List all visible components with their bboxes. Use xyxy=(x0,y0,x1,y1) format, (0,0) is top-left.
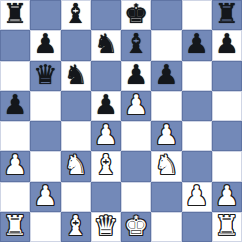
square-c6[interactable]: ♞ xyxy=(61,61,91,91)
square-e7[interactable]: ♝ xyxy=(121,30,151,60)
piece-white-pawn: ♟ xyxy=(154,120,178,150)
square-h2[interactable]: ♟ xyxy=(212,182,242,212)
piece-white-bishop: ♝ xyxy=(64,211,88,241)
piece-white-pawn: ♟ xyxy=(94,120,118,150)
square-f3[interactable]: ♞ xyxy=(151,151,181,181)
square-b7[interactable]: ♟ xyxy=(30,30,60,60)
square-g6[interactable] xyxy=(182,61,212,91)
square-e5[interactable]: ♟ xyxy=(121,91,151,121)
piece-black-king: ♚ xyxy=(124,0,148,29)
piece-black-rook: ♜ xyxy=(3,0,27,29)
piece-white-pawn: ♟ xyxy=(124,90,148,120)
piece-black-pawn: ♟ xyxy=(3,90,27,120)
square-h7[interactable]: ♟ xyxy=(212,30,242,60)
square-e2[interactable] xyxy=(121,182,151,212)
square-f7[interactable] xyxy=(151,30,181,60)
square-f1[interactable] xyxy=(151,212,181,242)
piece-black-rook: ♜ xyxy=(215,0,239,29)
piece-black-pawn: ♟ xyxy=(94,90,118,120)
square-d4[interactable]: ♟ xyxy=(91,121,121,151)
square-a6[interactable] xyxy=(0,61,30,91)
square-a7[interactable] xyxy=(0,30,30,60)
square-g2[interactable]: ♟ xyxy=(182,182,212,212)
square-d2[interactable] xyxy=(91,182,121,212)
square-b1[interactable] xyxy=(30,212,60,242)
square-c4[interactable] xyxy=(61,121,91,151)
square-d7[interactable]: ♞ xyxy=(91,30,121,60)
piece-black-pawn: ♟ xyxy=(33,29,57,59)
square-h6[interactable] xyxy=(212,61,242,91)
chess-board: ♜♝♚♜♟♞♝♟♟♛♞♟♟♟♟♟♟♟♟♞♝♞♟♟♟♜♝♛♚♜ xyxy=(0,0,242,242)
piece-black-pawn: ♟ xyxy=(215,29,239,59)
piece-black-bishop: ♝ xyxy=(64,0,88,29)
piece-black-knight: ♞ xyxy=(94,29,118,59)
piece-black-pawn: ♟ xyxy=(124,60,148,90)
square-a5[interactable]: ♟ xyxy=(0,91,30,121)
piece-white-rook: ♜ xyxy=(215,211,239,241)
piece-white-bishop: ♝ xyxy=(94,150,118,180)
piece-black-pawn: ♟ xyxy=(154,60,178,90)
square-c8[interactable]: ♝ xyxy=(61,0,91,30)
square-b6[interactable]: ♛ xyxy=(30,61,60,91)
square-b8[interactable] xyxy=(30,0,60,30)
square-a4[interactable] xyxy=(0,121,30,151)
piece-black-pawn: ♟ xyxy=(185,29,209,59)
square-g5[interactable] xyxy=(182,91,212,121)
square-f2[interactable] xyxy=(151,182,181,212)
square-g7[interactable]: ♟ xyxy=(182,30,212,60)
square-d8[interactable] xyxy=(91,0,121,30)
square-c5[interactable] xyxy=(61,91,91,121)
square-f8[interactable] xyxy=(151,0,181,30)
piece-white-queen: ♛ xyxy=(94,211,118,241)
square-c2[interactable] xyxy=(61,182,91,212)
square-d6[interactable] xyxy=(91,61,121,91)
piece-black-queen: ♛ xyxy=(33,60,57,90)
piece-white-king: ♚ xyxy=(124,211,148,241)
square-h8[interactable]: ♜ xyxy=(212,0,242,30)
square-e8[interactable]: ♚ xyxy=(121,0,151,30)
square-e1[interactable]: ♚ xyxy=(121,212,151,242)
square-a2[interactable] xyxy=(0,182,30,212)
square-h5[interactable] xyxy=(212,91,242,121)
square-g3[interactable] xyxy=(182,151,212,181)
piece-white-pawn: ♟ xyxy=(185,181,209,211)
square-d1[interactable]: ♛ xyxy=(91,212,121,242)
square-d5[interactable]: ♟ xyxy=(91,91,121,121)
square-a8[interactable]: ♜ xyxy=(0,0,30,30)
square-e3[interactable] xyxy=(121,151,151,181)
square-e4[interactable] xyxy=(121,121,151,151)
square-f6[interactable]: ♟ xyxy=(151,61,181,91)
square-b3[interactable] xyxy=(30,151,60,181)
square-c7[interactable] xyxy=(61,30,91,60)
square-h1[interactable]: ♜ xyxy=(212,212,242,242)
piece-white-rook: ♜ xyxy=(3,211,27,241)
square-b4[interactable] xyxy=(30,121,60,151)
square-g1[interactable] xyxy=(182,212,212,242)
square-h3[interactable] xyxy=(212,151,242,181)
square-c1[interactable]: ♝ xyxy=(61,212,91,242)
piece-white-pawn: ♟ xyxy=(215,181,239,211)
square-f4[interactable]: ♟ xyxy=(151,121,181,151)
square-c3[interactable]: ♞ xyxy=(61,151,91,181)
square-f5[interactable] xyxy=(151,91,181,121)
square-b2[interactable]: ♟ xyxy=(30,182,60,212)
square-g4[interactable] xyxy=(182,121,212,151)
square-g8[interactable] xyxy=(182,0,212,30)
piece-black-bishop: ♝ xyxy=(124,29,148,59)
square-d3[interactable]: ♝ xyxy=(91,151,121,181)
square-a3[interactable]: ♟ xyxy=(0,151,30,181)
square-b5[interactable] xyxy=(30,91,60,121)
square-h4[interactable] xyxy=(212,121,242,151)
piece-black-knight: ♞ xyxy=(64,60,88,90)
piece-white-knight: ♞ xyxy=(64,150,88,180)
square-e6[interactable]: ♟ xyxy=(121,61,151,91)
square-a1[interactable]: ♜ xyxy=(0,212,30,242)
piece-white-pawn: ♟ xyxy=(3,150,27,180)
piece-white-pawn: ♟ xyxy=(33,181,57,211)
piece-white-knight: ♞ xyxy=(154,150,178,180)
